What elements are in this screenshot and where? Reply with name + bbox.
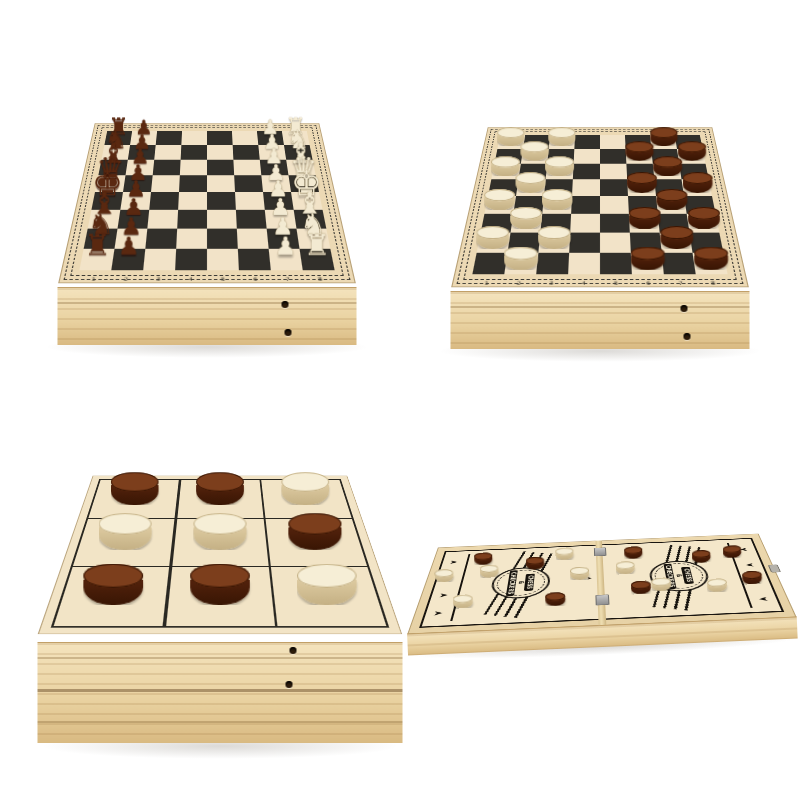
- coordinate-label: 6: [646, 281, 651, 286]
- box-lid-seam: [38, 721, 403, 723]
- board-square: [574, 135, 600, 149]
- board-square: [546, 164, 574, 180]
- board-square: [177, 480, 263, 518]
- checker-disc: [660, 226, 693, 249]
- board-square: [573, 164, 600, 180]
- board-square: [156, 131, 182, 145]
- coordinate-label: 3: [549, 281, 554, 286]
- tictactoe-disc: [288, 513, 341, 550]
- sling-puck: [452, 594, 473, 609]
- latch-icon: [768, 565, 781, 573]
- chess-piece: ♟: [274, 235, 296, 260]
- stacked-box-seam: [38, 689, 403, 692]
- coordinate-label: 5: [221, 277, 226, 282]
- coordinate-label: 8: [318, 277, 323, 282]
- chess-piece-glyph: ♟: [118, 235, 140, 260]
- board-square: [130, 131, 157, 145]
- board-square: [574, 149, 600, 164]
- coordinate-label: 7: [285, 277, 290, 282]
- product-photo-chess[interactable]: 12345678 ♜♞♝♛♚♝♞♜♟♟♟♟♟♟♟♟♟♟♟♟♟♟♟♟♜♞♝♛♚♝♞…: [32, 54, 382, 384]
- checker-disc: [629, 207, 661, 229]
- coordinate-label: 1: [484, 281, 489, 286]
- coordinate-label: 2: [517, 281, 522, 286]
- coordinate-label: 2: [124, 277, 129, 282]
- chess-piece-glyph: ♜: [304, 230, 330, 259]
- board-square: [627, 179, 656, 196]
- board-square: [207, 160, 234, 176]
- chess-piece-glyph: ♜: [84, 230, 110, 259]
- tictactoe-disc: [99, 513, 152, 550]
- board-square: [600, 179, 628, 196]
- board-square: [207, 145, 233, 160]
- board-square: [234, 175, 263, 192]
- board-square: [494, 149, 523, 164]
- clasp-hole: [681, 305, 688, 312]
- board-square: [650, 135, 677, 149]
- board-square: [677, 149, 706, 164]
- chess-piece: ♜: [84, 230, 110, 259]
- board-square: [207, 131, 233, 145]
- board-square: [625, 135, 651, 149]
- board-square: [600, 135, 626, 149]
- clasp-hole: [684, 333, 691, 340]
- board-square: [600, 164, 627, 180]
- board-square: [600, 149, 626, 164]
- board-square: [549, 135, 575, 149]
- board-square: [181, 145, 207, 160]
- checker-disc: [542, 189, 573, 211]
- board-square: [153, 160, 181, 176]
- direction-arrow-icon: ➤: [444, 575, 455, 581]
- board-square: [675, 135, 703, 149]
- board-square: [207, 175, 235, 192]
- coordinate-label: 4: [582, 281, 587, 286]
- board-square: [257, 131, 284, 145]
- board-square: [626, 149, 653, 164]
- board-square: [653, 164, 682, 180]
- board-square: [547, 149, 574, 164]
- checkers-board: 12345678: [451, 127, 749, 287]
- board-square: [151, 175, 180, 192]
- board-square: [491, 164, 521, 180]
- wooden-box-front: [451, 291, 750, 349]
- board-square: [260, 160, 289, 176]
- board-square: [523, 135, 550, 149]
- coordinate-label: 4: [189, 277, 194, 282]
- tictactoe-disc: [297, 564, 357, 605]
- chess-piece: ♜: [304, 230, 330, 259]
- board-square: [128, 145, 156, 160]
- hinge-icon: [593, 547, 606, 556]
- checker-disc: [504, 246, 538, 270]
- board-square: [651, 149, 679, 164]
- wooden-box-front: [58, 287, 357, 345]
- board-square: [154, 145, 181, 160]
- board-coordinates: 12345678: [470, 281, 730, 286]
- board-square: [101, 145, 130, 160]
- board-square: [104, 131, 132, 145]
- board-square: [258, 145, 286, 160]
- board-square: [284, 145, 313, 160]
- board-square: [88, 480, 178, 518]
- chess-piece-glyph: ♟: [274, 235, 296, 260]
- wooden-box-front: [38, 642, 403, 743]
- box-lid-seam: [451, 306, 750, 308]
- tictactoe-board: [38, 476, 403, 635]
- board-coordinates: 12345678: [77, 277, 337, 282]
- board-square: [282, 131, 310, 145]
- board-square: [572, 179, 600, 196]
- board-square: [180, 160, 207, 176]
- board-square: [626, 164, 654, 180]
- clasp-hole: [289, 647, 296, 654]
- clasp-hole: [282, 301, 289, 308]
- coordinate-label: 8: [711, 281, 716, 286]
- board-square: [232, 131, 258, 145]
- coordinate-label: 5: [614, 281, 619, 286]
- product-photo-tictactoe[interactable]: [40, 391, 400, 771]
- direction-arrow-icon: ➤: [449, 559, 459, 565]
- board-square: [497, 135, 525, 149]
- board-square: [233, 160, 261, 176]
- board-square: [125, 160, 154, 176]
- sling-puck: [631, 580, 651, 594]
- clasp-hole: [285, 329, 292, 336]
- checker-disc: [631, 246, 665, 270]
- chess-board: 12345678 ♜♞♝♛♚♝♞♜♟♟♟♟♟♟♟♟♟♟♟♟♟♟♟♟♜♞♝♛♚♝♞…: [58, 123, 356, 283]
- sling-puck: [570, 566, 590, 580]
- sling-puck: [545, 592, 566, 607]
- board-square: [518, 164, 547, 180]
- sling-puck: [742, 570, 762, 584]
- sling-puck: [651, 577, 671, 591]
- tictactoe-disc: [193, 513, 246, 550]
- checker-disc: [694, 246, 728, 270]
- board-square: [679, 164, 709, 180]
- coordinate-label: 7: [678, 281, 683, 286]
- chess-piece: ♟: [118, 235, 140, 260]
- product-photo-checkers[interactable]: 12345678: [425, 58, 775, 388]
- coordinate-label: 6: [253, 277, 258, 282]
- box-lid-seam: [58, 302, 357, 304]
- direction-arrow-icon: ➤: [739, 547, 750, 552]
- tictactoe-disc: [190, 564, 250, 605]
- board-square: [181, 131, 207, 145]
- board-square: [261, 480, 351, 518]
- sling-puck: [706, 578, 726, 592]
- checker-disc: [538, 226, 571, 249]
- product-photo-sling-puck[interactable]: CHESS & CHECKERS CHESS & CHECKERS ➤ ➤➤➤➤…: [400, 469, 800, 694]
- board-square: [179, 175, 207, 192]
- board-square: [233, 145, 260, 160]
- board-square: [521, 149, 549, 164]
- coordinate-label: 3: [156, 277, 161, 282]
- tictactoe-disc: [84, 564, 144, 605]
- clasp-hole: [286, 681, 293, 688]
- coordinate-label: 1: [91, 277, 96, 282]
- direction-arrow-icon: ➤: [744, 562, 755, 568]
- product-photo-collage: 12345678 ♜♞♝♛♚♝♞♜♟♟♟♟♟♟♟♟♟♟♟♟♟♟♟♟♜♞♝♛♚♝♞…: [0, 0, 800, 800]
- checker-disc: [656, 189, 687, 211]
- box-lid-seam: [38, 657, 403, 659]
